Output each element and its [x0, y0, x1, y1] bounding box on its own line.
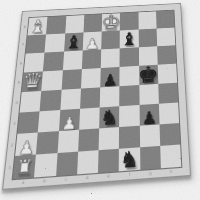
- square-g6: [138, 46, 157, 66]
- square-e4: [100, 86, 120, 107]
- square-a5: ♛: [22, 71, 43, 92]
- square-d1: [77, 150, 99, 174]
- square-f6: [120, 47, 139, 67]
- piece-black-pawn-g3: ♟: [139, 104, 159, 126]
- square-g3: ♟: [139, 104, 159, 126]
- square-a4: [20, 91, 42, 113]
- square-h2: [159, 123, 180, 146]
- square-d4: [80, 87, 100, 108]
- square-d2: [78, 128, 99, 151]
- square-e3: ♞: [99, 106, 119, 128]
- square-c6: [62, 50, 82, 70]
- square-b5: [41, 70, 62, 91]
- square-e8: ♚: [102, 13, 120, 31]
- file-label-g: g: [140, 169, 161, 177]
- square-e1: [98, 149, 119, 173]
- piece-white-bishop-a8: ♝: [28, 17, 48, 35]
- square-d8: [83, 14, 102, 32]
- piece-white-king-e8: ♚: [102, 13, 120, 31]
- piece-black-knight-f1: ♞: [119, 147, 140, 171]
- square-c1: [56, 152, 78, 176]
- square-g4: [139, 84, 159, 105]
- square-b6: [43, 52, 64, 72]
- piece-white-rook-a1: ♜: [13, 155, 36, 180]
- square-e2: [99, 127, 120, 150]
- photo-background: ♝♚♝♟♝♛♟♚♟♞♟♟♜♞ 87654321 abcdefgh: [0, 0, 200, 200]
- square-e7: [101, 30, 120, 49]
- file-label-f: f: [119, 171, 140, 179]
- square-f4: [119, 85, 139, 106]
- piece-black-king-g5: ♚: [139, 65, 158, 85]
- square-f3: [119, 105, 139, 127]
- square-h7: [156, 28, 175, 47]
- square-b2: [36, 131, 58, 154]
- square-g7: [138, 29, 157, 48]
- file-label-h: h: [161, 168, 182, 176]
- square-c5: [61, 69, 81, 90]
- piece-white-pawn-a2: ♟: [15, 132, 38, 156]
- square-f1: ♞: [119, 147, 140, 171]
- square-g8: [138, 11, 156, 29]
- piece-white-pawn-d7: ♟: [82, 31, 101, 50]
- square-h6: [157, 45, 176, 64]
- square-a7: [26, 34, 47, 53]
- square-c4: [60, 89, 81, 110]
- square-b3: [38, 110, 60, 132]
- square-c3: ♟: [58, 109, 79, 131]
- piece-black-bishop-f7: ♝: [120, 30, 139, 49]
- square-d5: [81, 68, 101, 89]
- square-g1: [140, 146, 161, 170]
- square-c7: ♝: [64, 32, 84, 51]
- white-rook-glyph: ♜: [14, 159, 34, 181]
- square-g5: ♚: [139, 65, 158, 85]
- square-h4: [158, 83, 178, 104]
- chess-board: ♝♚♝♟♝♛♟♚♟♞♟♟♜♞ 87654321 abcdefgh: [2, 3, 191, 190]
- square-c2: [57, 130, 79, 153]
- black-knight-glyph: ♞: [120, 150, 139, 172]
- square-e5: ♟: [100, 67, 120, 87]
- square-f7: ♝: [120, 30, 139, 49]
- square-b1: [34, 153, 57, 177]
- square-a8: ♝: [28, 17, 48, 35]
- square-a1: ♜: [13, 155, 36, 180]
- piece-black-knight-e3: ♞: [99, 106, 119, 128]
- square-a2: ♟: [15, 132, 38, 156]
- square-f2: [119, 126, 139, 149]
- piece-black-pawn-e5: ♟: [100, 67, 120, 87]
- square-a3: [17, 111, 39, 134]
- board-grid: ♝♚♝♟♝♛♟♚♟♞♟♟♜♞: [13, 11, 182, 180]
- file-label-b: b: [34, 177, 56, 185]
- square-f5: [120, 66, 139, 86]
- piece-white-pawn-c3: ♟: [58, 109, 79, 131]
- piece-black-bishop-c7: ♝: [64, 32, 84, 51]
- square-b8: [46, 16, 66, 34]
- square-e6: [101, 48, 120, 68]
- file-label-e: e: [98, 172, 119, 180]
- square-h8: [156, 11, 175, 29]
- square-b4: [40, 90, 61, 112]
- square-d7: ♟: [82, 31, 101, 50]
- square-d3: [79, 107, 100, 129]
- piece-white-queen-a5: ♛: [22, 71, 43, 92]
- square-h5: [157, 64, 177, 84]
- square-h3: [159, 102, 179, 124]
- square-c8: [65, 15, 84, 33]
- file-label-d: d: [76, 174, 97, 182]
- square-h1: [160, 145, 181, 169]
- file-label-a: a: [12, 179, 34, 187]
- square-d6: [82, 49, 102, 69]
- file-label-c: c: [55, 176, 77, 184]
- square-a6: [24, 53, 45, 73]
- square-b7: [45, 33, 65, 52]
- square-f8: [120, 12, 138, 30]
- square-g2: [139, 124, 160, 147]
